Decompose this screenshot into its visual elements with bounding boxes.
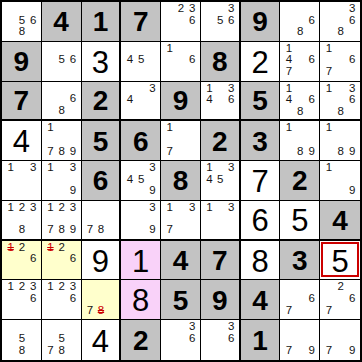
candidate-3: 3	[67, 162, 78, 174]
cell-r4c4[interactable]: 6	[121, 121, 161, 161]
cell-r3c7[interactable]: 5	[241, 82, 281, 122]
candidate-5: 5	[215, 174, 226, 186]
cell-r9c6[interactable]: 36	[201, 320, 241, 360]
candidate-5: 5	[56, 333, 67, 345]
solved-digit: 8	[132, 285, 149, 316]
candidate-2: 2	[16, 202, 27, 214]
candidates: 1238	[5, 202, 39, 236]
cell-r3c2[interactable]: 68	[42, 82, 82, 122]
candidates: 568	[5, 3, 39, 38]
cell-r1c9[interactable]: 368	[320, 2, 360, 42]
candidates: 79	[323, 321, 358, 357]
candidate-7: 7	[323, 305, 335, 317]
candidate-3: 3	[226, 3, 237, 15]
cell-r7c1[interactable]: 126	[2, 241, 42, 281]
given-digit: 3	[292, 247, 308, 275]
cell-r9c8[interactable]: 79	[280, 320, 320, 360]
candidate-4: 4	[124, 54, 135, 66]
cell-r2c9[interactable]: 167	[320, 42, 360, 82]
candidate-7: 7	[323, 345, 335, 357]
candidate-3: 3	[28, 162, 39, 174]
candidate-1: 1	[45, 162, 56, 174]
candidates: 68	[283, 3, 317, 38]
cell-r8c9[interactable]: 267	[320, 280, 360, 320]
candidate-8: 8	[56, 105, 67, 117]
cell-r9c9[interactable]: 79	[320, 320, 360, 360]
given-digit: 8	[173, 167, 189, 195]
candidate-2: 2	[16, 281, 27, 293]
candidate-2: 2	[16, 242, 27, 254]
candidate-4: 4	[204, 174, 215, 186]
candidates: 189	[323, 122, 358, 157]
candidate-3: 3	[226, 321, 237, 333]
cell-r6c8[interactable]: 5	[280, 201, 320, 241]
candidates: 578	[45, 321, 79, 357]
candidate-1: 1	[323, 122, 335, 134]
cell-r1c2[interactable]: 4	[42, 2, 82, 42]
candidate-8: 8	[295, 26, 306, 38]
candidate-1-eliminated: 1	[5, 242, 16, 254]
cell-r7c8[interactable]: 3	[280, 241, 320, 281]
cell-r7c3[interactable]: 9	[82, 241, 122, 281]
cell-r5c9[interactable]: 19	[320, 161, 360, 201]
candidate-7: 7	[85, 224, 96, 236]
given-digit: 5	[252, 87, 268, 115]
given-digit: 5	[93, 128, 109, 156]
candidate-6: 6	[346, 293, 358, 305]
candidates: 79	[283, 321, 317, 357]
candidates: 36	[164, 321, 198, 357]
candidate-9: 9	[67, 146, 78, 158]
cell-r7c4[interactable]: 1	[121, 241, 161, 281]
given-digit: 7	[133, 8, 149, 36]
candidates: 13	[204, 202, 237, 236]
candidates: 123789	[45, 202, 79, 236]
candidate-6: 6	[226, 15, 237, 27]
candidate-6: 6	[306, 15, 317, 27]
solved-digit: 6	[251, 205, 268, 236]
cell-r8c5[interactable]: 5	[161, 280, 201, 320]
cell-r1c6[interactable]: 356	[201, 2, 241, 42]
candidates: 1368	[323, 83, 358, 117]
candidate-5: 5	[136, 54, 147, 66]
candidate-9: 9	[306, 345, 317, 357]
cell-r8c1[interactable]: 1236	[2, 280, 42, 320]
candidate-9: 9	[306, 146, 317, 158]
solved-digit: 3	[92, 47, 109, 78]
cell-r4c6[interactable]: 2	[201, 121, 241, 161]
solved-digit: 9	[92, 246, 109, 277]
cell-r6c7[interactable]: 6	[241, 201, 281, 241]
candidates: 1789	[45, 122, 79, 157]
candidate-3: 3	[187, 321, 198, 333]
cell-r1c3[interactable]: 1	[82, 2, 122, 42]
cell-r8c4[interactable]: 8	[121, 280, 161, 320]
candidate-6: 6	[28, 293, 39, 305]
candidate-6: 6	[226, 94, 237, 106]
candidate-6: 6	[187, 54, 198, 66]
candidate-1: 1	[45, 122, 56, 134]
candidates: 45	[124, 43, 158, 78]
candidate-2: 2	[335, 281, 347, 293]
candidates: 126	[45, 242, 79, 277]
candidates: 1468	[283, 83, 317, 117]
solved-digit: 2	[251, 47, 268, 78]
solved-digit: 4	[13, 126, 30, 157]
candidate-3: 3	[187, 3, 198, 15]
candidate-6: 6	[187, 333, 198, 345]
candidate-3: 3	[226, 202, 237, 214]
candidate-1: 1	[204, 162, 215, 174]
cell-r2c3[interactable]: 3	[82, 42, 122, 82]
candidate-6: 6	[346, 94, 358, 106]
cell-r4c9[interactable]: 189	[320, 121, 360, 161]
candidates: 17	[164, 122, 198, 157]
candidate-6: 6	[226, 333, 237, 345]
cell-r9c7[interactable]: 1	[241, 320, 281, 360]
given-digit: 9	[173, 87, 189, 115]
cell-r9c5[interactable]: 36	[161, 320, 201, 360]
candidate-5: 5	[16, 333, 27, 345]
cell-r2c6[interactable]: 8	[201, 42, 241, 82]
candidate-9: 9	[67, 185, 78, 197]
candidate-1: 1	[164, 202, 175, 214]
candidate-2: 2	[56, 281, 67, 293]
cell-r4c7[interactable]: 3	[241, 121, 281, 161]
candidate-8: 8	[295, 106, 306, 118]
candidate-6: 6	[306, 94, 317, 106]
cell-r5c1[interactable]: 13	[2, 161, 42, 201]
candidate-8: 8	[56, 146, 67, 158]
cell-r4c3[interactable]: 5	[82, 121, 122, 161]
candidate-3: 3	[226, 162, 237, 174]
given-digit: 3	[252, 128, 268, 156]
candidate-8: 8	[335, 146, 347, 158]
solved-digit: 8	[251, 246, 268, 277]
candidate-7: 7	[45, 146, 56, 158]
cell-r3c5[interactable]: 9	[161, 82, 201, 122]
candidate-3: 3	[28, 202, 39, 214]
candidate-8: 8	[56, 224, 67, 236]
candidates: 34	[124, 83, 158, 117]
cell-r3c9[interactable]: 1368	[320, 82, 360, 122]
candidates: 1236	[5, 281, 39, 316]
given-digit: 4	[173, 247, 189, 275]
candidate-1-eliminated: 1	[45, 242, 56, 254]
cell-r4c2[interactable]: 1789	[42, 121, 82, 161]
given-digit: 9	[252, 8, 268, 36]
cell-r7c5[interactable]: 4	[161, 241, 201, 281]
cell-r8c7[interactable]: 4	[241, 280, 281, 320]
cell-r9c4[interactable]: 2	[121, 320, 161, 360]
solved-digit: 5	[291, 205, 308, 236]
given-digit: 5	[173, 287, 189, 315]
candidate-3: 3	[67, 202, 78, 214]
given-digit: 1	[93, 8, 109, 36]
cell-r2c8[interactable]: 1467	[280, 42, 320, 82]
cell-r3c1[interactable]: 7	[2, 82, 42, 122]
candidate-1: 1	[45, 202, 56, 214]
cell-r7c7[interactable]: 8	[241, 241, 281, 281]
candidate-8: 8	[335, 106, 347, 118]
cell-r1c5[interactable]: 236	[161, 2, 201, 42]
candidates: 19	[323, 162, 358, 197]
candidate-8: 8	[335, 26, 347, 38]
candidate-1: 1	[323, 162, 335, 174]
candidates: 67	[283, 281, 317, 316]
candidates: 13	[5, 162, 39, 197]
given-digit: 8	[212, 48, 228, 76]
candidates: 1346	[204, 83, 237, 117]
candidate-6: 6	[306, 54, 317, 66]
given-digit: 2	[292, 167, 308, 195]
cell-r8c8[interactable]: 67	[280, 280, 320, 320]
cell-r4c5[interactable]: 17	[161, 121, 201, 161]
candidate-7: 7	[164, 224, 175, 236]
candidate-8: 8	[95, 224, 106, 236]
cell-r1c8[interactable]: 68	[280, 2, 320, 42]
candidate-9: 9	[147, 224, 158, 236]
candidate-9: 9	[147, 185, 158, 197]
candidates: 3459	[124, 162, 158, 197]
cell-r5c4[interactable]: 3459	[121, 161, 161, 201]
cell-r7c2[interactable]: 126	[42, 241, 82, 281]
sudoku-grid: 5684172363569683689563451682146716776823…	[0, 0, 362, 362]
cell-r2c5[interactable]: 16	[161, 42, 201, 82]
candidate-7: 7	[283, 345, 294, 357]
candidates: 356	[204, 3, 237, 38]
candidate-1: 1	[323, 43, 335, 55]
candidates: 137	[164, 202, 198, 236]
given-digit: 9	[14, 48, 30, 76]
cell-r6c3[interactable]: 78	[82, 201, 122, 241]
given-digit: 2	[133, 327, 149, 355]
candidates: 16	[164, 43, 198, 78]
candidate-1: 1	[5, 281, 16, 293]
candidate-6: 6	[187, 15, 198, 27]
candidate-7: 7	[323, 66, 335, 78]
cell-r6c5[interactable]: 137	[161, 201, 201, 241]
given-digit: 4	[252, 287, 268, 315]
cell-r2c7[interactable]: 2	[241, 42, 281, 82]
solved-digit: 7	[251, 166, 268, 197]
cell-r6c2[interactable]: 123789	[42, 201, 82, 241]
candidate-2: 2	[56, 242, 67, 254]
candidate-3: 3	[187, 202, 198, 214]
cell-r5c7[interactable]: 7	[241, 161, 281, 201]
candidate-1: 1	[5, 202, 16, 214]
cell-r5c3[interactable]: 6	[82, 161, 122, 201]
candidate-7: 7	[164, 146, 175, 158]
candidate-9: 9	[346, 146, 358, 158]
candidate-6: 6	[67, 93, 78, 105]
candidate-3: 3	[147, 202, 158, 214]
candidates: 58	[5, 321, 39, 357]
candidate-8: 8	[295, 146, 306, 158]
cell-r9c3[interactable]: 4	[82, 320, 122, 360]
given-digit: 4	[53, 8, 69, 36]
candidate-6: 6	[28, 253, 39, 265]
cell-r2c2[interactable]: 56	[42, 42, 82, 82]
cell-r9c1[interactable]: 58	[2, 320, 42, 360]
candidate-7: 7	[283, 305, 294, 317]
cell-r3c3[interactable]: 2	[82, 82, 122, 122]
candidate-1: 1	[164, 43, 175, 55]
candidates: 39	[124, 202, 158, 236]
cell-r3c8[interactable]: 1468	[280, 82, 320, 122]
cell-r6c9[interactable]: 4	[320, 201, 360, 241]
cell-r1c4[interactable]: 7	[121, 2, 161, 42]
given-digit: 7	[14, 87, 30, 115]
candidate-3: 3	[147, 162, 158, 174]
candidate-6: 6	[346, 54, 358, 66]
cell-r2c4[interactable]: 45	[121, 42, 161, 82]
candidate-7: 7	[45, 345, 56, 357]
candidates: 1467	[283, 43, 317, 78]
candidate-4: 4	[283, 94, 294, 106]
cell-r7c9[interactable]: 5	[320, 241, 360, 281]
given-digit: 7	[212, 247, 228, 275]
candidates: 167	[323, 43, 358, 78]
candidate-6: 6	[346, 15, 358, 27]
candidate-6: 6	[67, 54, 78, 66]
candidate-1: 1	[323, 83, 335, 95]
candidate-2: 2	[56, 202, 67, 214]
candidate-1: 1	[5, 162, 16, 174]
given-digit: 6	[93, 167, 109, 195]
solved-digit: 4	[92, 326, 109, 357]
candidate-3: 3	[147, 83, 158, 95]
candidate-8: 8	[16, 345, 27, 357]
candidates: 139	[45, 162, 79, 197]
cell-r5c5[interactable]: 8	[161, 161, 201, 201]
candidates: 267	[323, 281, 358, 316]
cell-r5c8[interactable]: 2	[280, 161, 320, 201]
candidate-7: 7	[283, 66, 294, 78]
candidates: 56	[45, 43, 79, 78]
cell-r1c7[interactable]: 9	[241, 2, 281, 42]
cell-r4c8[interactable]: 189	[280, 121, 320, 161]
candidates: 36	[204, 321, 237, 357]
candidate-6: 6	[67, 253, 78, 265]
candidate-8: 8	[16, 224, 27, 236]
candidate-4: 4	[204, 94, 215, 106]
cell-r6c1[interactable]: 1238	[2, 201, 42, 241]
candidate-4: 4	[124, 94, 135, 106]
candidates: 126	[5, 242, 39, 277]
candidate-8-eliminated: 8	[95, 305, 106, 317]
cell-r8c2[interactable]: 1236	[42, 280, 82, 320]
given-digit: 4	[332, 207, 348, 235]
cell-r4c1[interactable]: 4	[2, 121, 42, 161]
given-digit: 2	[93, 87, 109, 115]
candidate-5: 5	[136, 174, 147, 186]
given-digit: 6	[133, 128, 149, 156]
given-digit: 2	[212, 128, 228, 156]
candidate-3: 3	[346, 3, 358, 15]
cell-r9c2[interactable]: 578	[42, 320, 82, 360]
candidates: 368	[323, 3, 358, 38]
candidate-2: 2	[175, 3, 186, 15]
candidate-1: 1	[283, 122, 294, 134]
candidate-6: 6	[67, 293, 78, 305]
cell-r2c1[interactable]: 9	[2, 42, 42, 82]
cell-r7c6[interactable]: 7	[201, 241, 241, 281]
candidates: 68	[45, 83, 79, 117]
candidate-1: 1	[204, 202, 215, 214]
candidates: 1236	[45, 281, 79, 316]
cell-r8c6[interactable]: 9	[201, 280, 241, 320]
candidate-8: 8	[16, 26, 27, 38]
cell-r8c3[interactable]: 78	[82, 280, 122, 320]
candidates: 78	[85, 281, 118, 316]
cell-r5c2[interactable]: 139	[42, 161, 82, 201]
candidate-5: 5	[215, 15, 226, 27]
given-digit: 9	[212, 287, 228, 315]
candidate-6: 6	[306, 293, 317, 305]
candidates: 1345	[204, 162, 237, 197]
candidate-8: 8	[56, 345, 67, 357]
candidate-7: 7	[45, 224, 56, 236]
cell-r3c4[interactable]: 34	[121, 82, 161, 122]
candidate-4: 4	[124, 174, 135, 186]
candidate-7: 7	[85, 305, 96, 317]
cell-r3c6[interactable]: 1346	[201, 82, 241, 122]
candidate-5: 5	[56, 54, 67, 66]
candidate-1: 1	[164, 122, 175, 134]
candidates: 236	[164, 3, 198, 38]
candidate-9: 9	[346, 185, 358, 197]
candidate-1: 1	[45, 281, 56, 293]
given-digit: 1	[252, 327, 268, 355]
candidates: 78	[85, 202, 118, 236]
cell-r6c6[interactable]: 13	[201, 201, 241, 241]
candidate-9: 9	[67, 224, 78, 236]
cell-r1c1[interactable]: 568	[2, 2, 42, 42]
candidates: 189	[283, 122, 317, 157]
cell-r6c4[interactable]: 39	[121, 201, 161, 241]
candidate-6: 6	[28, 15, 39, 27]
solved-digit: 5	[331, 246, 348, 277]
solved-digit: 1	[132, 246, 149, 277]
cell-r5c6[interactable]: 1345	[201, 161, 241, 201]
candidate-9: 9	[346, 345, 358, 357]
